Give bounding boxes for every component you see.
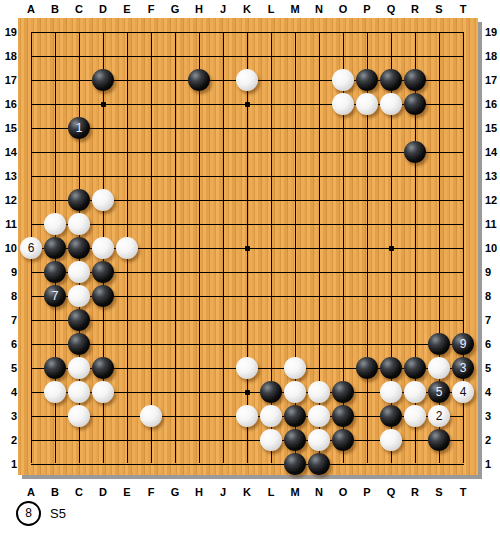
- coord-label-right: 10: [485, 241, 500, 255]
- black-stone[interactable]: [380, 405, 402, 427]
- coord-label-left: 15: [0, 121, 17, 135]
- coord-label-left: 1: [0, 457, 17, 471]
- coord-label-right: 12: [485, 193, 500, 207]
- coord-label-right: 13: [485, 169, 500, 183]
- black-stone[interactable]: [380, 69, 402, 91]
- white-stone[interactable]: [140, 405, 162, 427]
- coord-label-bottom: T: [451, 485, 475, 499]
- white-stone[interactable]: [92, 189, 114, 211]
- coord-label-left: 16: [0, 97, 17, 111]
- white-stone[interactable]: [404, 381, 426, 403]
- black-stone[interactable]: [284, 453, 306, 475]
- star-point: [101, 102, 106, 107]
- black-stone[interactable]: [404, 357, 426, 379]
- white-stone[interactable]: [92, 381, 114, 403]
- coord-label-right: 11: [485, 217, 500, 231]
- coord-label-top: S: [427, 2, 451, 16]
- white-stone[interactable]: [68, 357, 90, 379]
- black-stone[interactable]: [428, 429, 450, 451]
- black-stone[interactable]: [404, 141, 426, 163]
- black-stone[interactable]: 1: [68, 117, 90, 139]
- white-stone[interactable]: [236, 69, 258, 91]
- white-stone[interactable]: [284, 381, 306, 403]
- white-stone[interactable]: [236, 405, 258, 427]
- white-stone[interactable]: [380, 93, 402, 115]
- black-stone[interactable]: [356, 357, 378, 379]
- black-stone[interactable]: [284, 429, 306, 451]
- black-stone[interactable]: [332, 429, 354, 451]
- white-stone[interactable]: [380, 429, 402, 451]
- coord-label-top: H: [187, 2, 211, 16]
- white-stone[interactable]: [44, 381, 66, 403]
- coord-label-right: 7: [485, 313, 500, 327]
- white-stone[interactable]: [236, 357, 258, 379]
- white-stone[interactable]: 6: [20, 237, 42, 259]
- coord-label-left: 14: [0, 145, 17, 159]
- white-stone[interactable]: [308, 381, 330, 403]
- coord-label-right: 2: [485, 433, 500, 447]
- coord-label-top: Q: [379, 2, 403, 16]
- black-stone[interactable]: [332, 405, 354, 427]
- star-point: [389, 246, 394, 251]
- grid-line: [31, 344, 464, 345]
- white-stone[interactable]: [260, 405, 282, 427]
- black-stone[interactable]: [284, 405, 306, 427]
- star-point: [245, 102, 250, 107]
- coord-label-bottom: M: [283, 485, 307, 499]
- coord-label-bottom: D: [91, 485, 115, 499]
- white-stone[interactable]: [68, 261, 90, 283]
- coord-label-top: J: [211, 2, 235, 16]
- white-stone[interactable]: [380, 381, 402, 403]
- white-stone[interactable]: [260, 429, 282, 451]
- white-stone[interactable]: [332, 93, 354, 115]
- coord-label-bottom: P: [355, 485, 379, 499]
- coord-label-left: 3: [0, 409, 17, 423]
- go-diagram-page: AABBCCDDEEFFGGHHJJKKLLMMNNOOPPQQRRSSTT19…: [0, 0, 500, 537]
- white-move-circle: 8: [16, 501, 41, 526]
- black-stone[interactable]: [308, 453, 330, 475]
- coord-label-top: E: [115, 2, 139, 16]
- coord-label-right: 3: [485, 409, 500, 423]
- coord-label-left: 12: [0, 193, 17, 207]
- black-stone[interactable]: [260, 381, 282, 403]
- coord-label-bottom: R: [403, 485, 427, 499]
- coord-label-right: 4: [485, 385, 500, 399]
- coord-label-left: 17: [0, 73, 17, 87]
- coord-label-left: 5: [0, 361, 17, 375]
- coord-label-top: G: [163, 2, 187, 16]
- coord-label-bottom: G: [163, 485, 187, 499]
- coord-label-bottom: A: [19, 485, 43, 499]
- black-stone[interactable]: 5: [428, 381, 450, 403]
- coord-label-top: O: [331, 2, 355, 16]
- coord-label-top: M: [283, 2, 307, 16]
- coord-label-right: 5: [485, 361, 500, 375]
- coord-label-left: 10: [0, 241, 17, 255]
- coord-label-right: 9: [485, 265, 500, 279]
- coord-label-bottom: H: [187, 485, 211, 499]
- coord-label-bottom: F: [139, 485, 163, 499]
- black-stone[interactable]: [404, 69, 426, 91]
- coord-label-left: 4: [0, 385, 17, 399]
- black-stone[interactable]: [68, 237, 90, 259]
- white-stone[interactable]: [68, 285, 90, 307]
- coord-label-right: 16: [485, 97, 500, 111]
- star-point: [245, 246, 250, 251]
- black-stone[interactable]: [92, 357, 114, 379]
- coord-label-right: 1: [485, 457, 500, 471]
- coord-label-top: D: [91, 2, 115, 16]
- coord-label-bottom: E: [115, 485, 139, 499]
- white-stone[interactable]: [44, 213, 66, 235]
- black-stone[interactable]: [428, 333, 450, 355]
- coord-label-left: 8: [0, 289, 17, 303]
- coord-label-top: N: [307, 2, 331, 16]
- white-stone[interactable]: 2: [428, 405, 450, 427]
- white-stone[interactable]: [356, 93, 378, 115]
- white-stone[interactable]: [308, 405, 330, 427]
- black-stone[interactable]: [68, 189, 90, 211]
- black-stone[interactable]: [380, 357, 402, 379]
- black-stone[interactable]: [356, 69, 378, 91]
- coord-label-bottom: O: [331, 485, 355, 499]
- coord-label-bottom: S: [427, 485, 451, 499]
- black-stone[interactable]: [92, 285, 114, 307]
- white-stone[interactable]: [308, 429, 330, 451]
- coord-label-top: F: [139, 2, 163, 16]
- coord-label-bottom: B: [43, 485, 67, 499]
- white-stone[interactable]: [332, 69, 354, 91]
- black-stone[interactable]: [404, 93, 426, 115]
- white-stone[interactable]: [404, 405, 426, 427]
- white-stone[interactable]: [284, 357, 306, 379]
- coord-label-right: 18: [485, 49, 500, 63]
- coord-label-left: 2: [0, 433, 17, 447]
- coord-label-top: L: [259, 2, 283, 16]
- white-stone[interactable]: 4: [452, 381, 474, 403]
- coord-label-right: 8: [485, 289, 500, 303]
- white-stone[interactable]: [68, 405, 90, 427]
- move-caption: 8 S5: [16, 500, 66, 526]
- coord-label-right: 15: [485, 121, 500, 135]
- coord-label-left: 13: [0, 169, 17, 183]
- coord-label-bottom: Q: [379, 485, 403, 499]
- board-layer: AABBCCDDEEFFGGHHJJKKLLMMNNOOPPQQRRSSTT19…: [0, 0, 500, 537]
- coord-label-top: C: [67, 2, 91, 16]
- white-stone[interactable]: [92, 237, 114, 259]
- white-stone[interactable]: [116, 237, 138, 259]
- caption-move-number: 8: [25, 506, 32, 520]
- coord-label-top: T: [451, 2, 475, 16]
- caption-move-point: S5: [50, 506, 66, 521]
- white-stone[interactable]: [68, 381, 90, 403]
- coord-label-right: 14: [485, 145, 500, 159]
- coord-label-right: 6: [485, 337, 500, 351]
- black-stone[interactable]: 7: [44, 285, 66, 307]
- white-stone[interactable]: [68, 213, 90, 235]
- black-stone[interactable]: [92, 261, 114, 283]
- coord-label-top: K: [235, 2, 259, 16]
- coord-label-top: P: [355, 2, 379, 16]
- coord-label-left: 9: [0, 265, 17, 279]
- coord-label-left: 11: [0, 217, 17, 231]
- coord-label-right: 19: [485, 25, 500, 39]
- black-stone[interactable]: 3: [452, 357, 474, 379]
- black-stone[interactable]: [68, 333, 90, 355]
- coord-label-bottom: N: [307, 485, 331, 499]
- black-stone[interactable]: [44, 237, 66, 259]
- black-stone[interactable]: 9: [452, 333, 474, 355]
- coord-label-left: 18: [0, 49, 17, 63]
- coord-label-top: B: [43, 2, 67, 16]
- white-stone[interactable]: [428, 357, 450, 379]
- coord-label-left: 6: [0, 337, 17, 351]
- black-stone[interactable]: [332, 381, 354, 403]
- coord-label-top: R: [403, 2, 427, 16]
- star-point: [245, 390, 250, 395]
- black-stone[interactable]: [44, 261, 66, 283]
- coord-label-left: 19: [0, 25, 17, 39]
- coord-label-right: 17: [485, 73, 500, 87]
- black-stone[interactable]: [68, 309, 90, 331]
- black-stone[interactable]: [44, 357, 66, 379]
- coord-label-bottom: K: [235, 485, 259, 499]
- black-stone[interactable]: [188, 69, 210, 91]
- coord-label-bottom: C: [67, 485, 91, 499]
- grid-line: [31, 464, 464, 465]
- coord-label-bottom: J: [211, 485, 235, 499]
- coord-label-left: 7: [0, 313, 17, 327]
- black-stone[interactable]: [92, 69, 114, 91]
- grid-line: [31, 320, 464, 321]
- coord-label-top: A: [19, 2, 43, 16]
- coord-label-bottom: L: [259, 485, 283, 499]
